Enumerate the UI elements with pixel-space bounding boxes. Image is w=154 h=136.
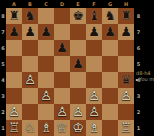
- square-f1[interactable]: ♗: [86, 120, 102, 136]
- white-pawn-piece[interactable]: ♙: [22, 72, 38, 88]
- square-g4[interactable]: [102, 72, 118, 88]
- square-h6[interactable]: [118, 40, 134, 56]
- move-indicator-icon: ▸: [136, 77, 138, 82]
- black-knight-piece[interactable]: ♞: [102, 8, 118, 24]
- white-pawn-piece[interactable]: ♙: [38, 88, 54, 104]
- white-rook-piece[interactable]: ♖: [6, 120, 22, 136]
- square-b2[interactable]: [22, 104, 38, 120]
- square-e3[interactable]: [70, 88, 86, 104]
- rank-label-2: 2: [135, 104, 142, 120]
- prompt-text: You move: [139, 76, 154, 82]
- chess-board: ♜♞♚♝♞♜♟♟♟♟♟♟♟♟♙♛♙♙♙♙♙♙♙♖♘♗♕♔♗♖: [6, 8, 134, 136]
- square-c2[interactable]: [38, 104, 54, 120]
- square-h4[interactable]: ♛: [118, 72, 134, 88]
- square-a7[interactable]: ♟: [6, 24, 22, 40]
- square-d5[interactable]: [54, 56, 70, 72]
- white-pawn-piece[interactable]: ♙: [86, 104, 102, 120]
- square-a4[interactable]: [6, 72, 22, 88]
- white-pawn-piece[interactable]: ♙: [118, 88, 134, 104]
- square-d1[interactable]: ♕: [54, 120, 70, 136]
- square-d3[interactable]: [54, 88, 70, 104]
- rank-label-3: 3: [135, 88, 142, 104]
- prompt-line: ▸You move: [136, 76, 154, 83]
- square-d8[interactable]: [54, 8, 70, 24]
- white-bishop-piece[interactable]: ♗: [38, 120, 54, 136]
- black-king-piece[interactable]: ♚: [70, 8, 86, 24]
- black-knight-piece[interactable]: ♞: [22, 8, 38, 24]
- file-label-a: A: [6, 0, 22, 8]
- square-e4[interactable]: [70, 72, 86, 88]
- square-b5[interactable]: [22, 56, 38, 72]
- chess-app: ABCDEFGH 87654321 ♜♞♚♝♞♜♟♟♟♟♟♟♟♟♙♛♙♙♙♙♙♙…: [0, 0, 154, 136]
- square-h7[interactable]: ♟: [118, 24, 134, 40]
- file-label-d: D: [54, 0, 70, 8]
- black-rook-piece[interactable]: ♜: [118, 8, 134, 24]
- square-e6[interactable]: [70, 40, 86, 56]
- square-g5[interactable]: [102, 56, 118, 72]
- file-label-b: B: [22, 0, 38, 8]
- square-b1[interactable]: ♘: [22, 120, 38, 136]
- file-label-c: C: [38, 0, 54, 8]
- square-g3[interactable]: [102, 88, 118, 104]
- square-c5[interactable]: [38, 56, 54, 72]
- square-b4[interactable]: ♙: [22, 72, 38, 88]
- square-h5[interactable]: [118, 56, 134, 72]
- square-h2[interactable]: [118, 104, 134, 120]
- black-pawn-piece[interactable]: ♟: [118, 24, 134, 40]
- square-d6[interactable]: ♟: [54, 40, 70, 56]
- white-knight-piece[interactable]: ♘: [22, 120, 38, 136]
- black-pawn-piece[interactable]: ♟: [6, 24, 22, 40]
- square-c4[interactable]: [38, 72, 54, 88]
- black-pawn-piece[interactable]: ♟: [86, 24, 102, 40]
- black-pawn-piece[interactable]: ♟: [102, 24, 118, 40]
- square-b7[interactable]: ♟: [22, 24, 38, 40]
- square-a3[interactable]: [6, 88, 22, 104]
- square-f2[interactable]: ♙: [86, 104, 102, 120]
- square-g7[interactable]: ♟: [102, 24, 118, 40]
- square-g6[interactable]: [102, 40, 118, 56]
- square-b8[interactable]: ♞: [22, 8, 38, 24]
- square-f6[interactable]: [86, 40, 102, 56]
- black-pawn-piece[interactable]: ♟: [38, 24, 54, 40]
- square-d2[interactable]: ♙: [54, 104, 70, 120]
- square-f8[interactable]: ♝: [86, 8, 102, 24]
- square-g8[interactable]: ♞: [102, 8, 118, 24]
- square-e7[interactable]: [70, 24, 86, 40]
- white-pawn-piece[interactable]: ♙: [70, 104, 86, 120]
- square-d4[interactable]: [54, 72, 70, 88]
- white-rook-piece[interactable]: ♖: [118, 120, 134, 136]
- square-e2[interactable]: ♙: [70, 104, 86, 120]
- square-h8[interactable]: ♜: [118, 8, 134, 24]
- white-bishop-piece[interactable]: ♗: [86, 120, 102, 136]
- square-h1[interactable]: ♖: [118, 120, 134, 136]
- black-pawn-piece[interactable]: ♟: [22, 24, 38, 40]
- square-c7[interactable]: ♟: [38, 24, 54, 40]
- square-c8[interactable]: [38, 8, 54, 24]
- black-pawn-piece[interactable]: ♟: [70, 56, 86, 72]
- white-king-piece[interactable]: ♔: [70, 120, 86, 136]
- rank-label-1: 1: [135, 120, 142, 136]
- square-f7[interactable]: ♟: [86, 24, 102, 40]
- file-label-e: E: [70, 0, 86, 8]
- rank-label-8: 8: [135, 8, 142, 24]
- square-e8[interactable]: ♚: [70, 8, 86, 24]
- square-b6[interactable]: [22, 40, 38, 56]
- square-e5[interactable]: ♟: [70, 56, 86, 72]
- file-label-h: H: [118, 0, 134, 8]
- square-c6[interactable]: [38, 40, 54, 56]
- black-rook-piece[interactable]: ♜: [6, 8, 22, 24]
- move-info-panel: d8-h4 ▸You move: [136, 70, 154, 83]
- square-g1[interactable]: [102, 120, 118, 136]
- square-g2[interactable]: [102, 104, 118, 120]
- square-a1[interactable]: ♖: [6, 120, 22, 136]
- file-label-f: F: [86, 0, 102, 8]
- rank-label-7: 7: [135, 24, 142, 40]
- square-e1[interactable]: ♔: [70, 120, 86, 136]
- square-a6[interactable]: [6, 40, 22, 56]
- square-a2[interactable]: ♙: [6, 104, 22, 120]
- white-pawn-piece[interactable]: ♙: [54, 104, 70, 120]
- square-d7[interactable]: [54, 24, 70, 40]
- square-a5[interactable]: [6, 56, 22, 72]
- rank-label-6: 6: [135, 40, 142, 56]
- white-pawn-piece[interactable]: ♙: [86, 88, 102, 104]
- square-c3[interactable]: ♙: [38, 88, 54, 104]
- white-pawn-piece[interactable]: ♙: [6, 104, 22, 120]
- black-pawn-piece[interactable]: ♟: [54, 40, 70, 56]
- square-f3[interactable]: ♙: [86, 88, 102, 104]
- black-queen-piece[interactable]: ♛: [118, 72, 134, 88]
- square-a8[interactable]: ♜: [6, 8, 22, 24]
- square-b3[interactable]: [22, 88, 38, 104]
- square-c1[interactable]: ♗: [38, 120, 54, 136]
- square-f5[interactable]: [86, 56, 102, 72]
- square-f4[interactable]: [86, 72, 102, 88]
- file-label-g: G: [102, 0, 118, 8]
- white-queen-piece[interactable]: ♕: [54, 120, 70, 136]
- file-labels: ABCDEFGH: [6, 0, 134, 8]
- black-bishop-piece[interactable]: ♝: [86, 8, 102, 24]
- square-h3[interactable]: ♙: [118, 88, 134, 104]
